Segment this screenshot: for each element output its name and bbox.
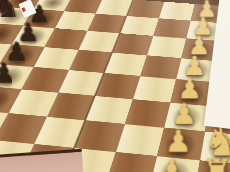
board-square	[115, 124, 164, 156]
board-square	[140, 55, 182, 79]
red-print-mark	[21, 7, 25, 12]
board-square	[8, 89, 58, 117]
black-king: ♚	[0, 18, 2, 61]
chess-photo-scene: ♜♟♟♜♞♟♟♞♝♟♟♝♚♟♟♚♛♟♟♛♝♟♟♝♞♟♟♞♜♟♟♜	[0, 0, 230, 172]
black-pawn: ♟	[0, 82, 3, 110]
white-pawn: ♟	[158, 155, 187, 172]
board-square	[106, 152, 158, 172]
board-square	[0, 113, 46, 143]
perspective-wrapper: ♜♟♟♜♞♟♟♞♝♟♟♝♚♟♟♚♛♟♟♛♝♟♟♝♞♟♟♞♜♟♟♜	[0, 0, 230, 172]
board-square	[124, 99, 170, 128]
white-pawn: ♟	[165, 126, 192, 156]
white-rook: ♜	[200, 155, 230, 172]
board-square	[132, 76, 176, 102]
board-grid: ♜♟♟♜♞♟♟♞♝♟♟♝♚♟♟♚♛♟♟♛♝♟♟♝♞♟♟♞♜♟♟♜	[0, 0, 230, 172]
chess-board: ♜♟♟♜♞♟♟♞♝♟♟♝♚♟♟♚♛♟♟♛♝♟♟♝♞♟♟♞♜♟♟♜	[0, 0, 230, 172]
board-square: ♜	[194, 160, 230, 172]
board-square	[147, 36, 187, 58]
board-square: ♟	[150, 156, 200, 172]
